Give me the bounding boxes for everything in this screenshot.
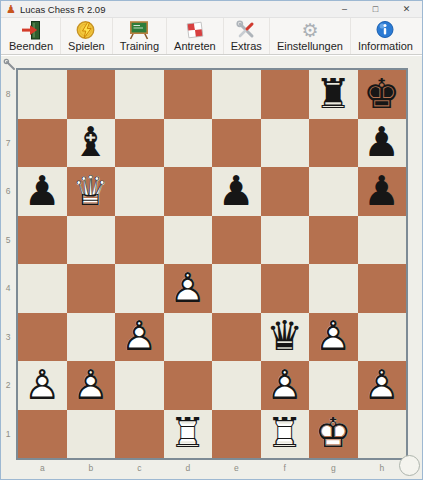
rank-label-5: 5: [1, 216, 15, 265]
piece-white-pawn[interactable]: ♟♙: [115, 313, 164, 362]
square-g1[interactable]: ♚♔: [309, 410, 358, 459]
piece-white-pawn[interactable]: ♟♙: [164, 264, 213, 313]
rank-labels: 87654321: [1, 70, 15, 458]
square-h5[interactable]: [358, 216, 407, 265]
square-f8[interactable]: [261, 70, 310, 119]
chalkboard-icon: [128, 19, 150, 41]
piece-glyph: ♝: [67, 119, 116, 168]
title-bar: ♟ Lucas Chess R 2.09 – □ ✕: [1, 1, 422, 18]
board-frame: ♜♚♝♟♟♛♕♟♟♟♙♟♙♛♟♙♟♙♟♙♟♙♟♙♜♖♜♖♚♔: [16, 68, 408, 460]
rank-label-1: 1: [1, 410, 15, 459]
rank-label-2: 2: [1, 361, 15, 410]
piece-glyph: ♙: [18, 361, 67, 410]
antreten-button[interactable]: Antreten: [167, 18, 224, 54]
checkered-icon: [184, 19, 206, 41]
square-c5[interactable]: [115, 216, 164, 265]
square-b4[interactable]: [67, 264, 116, 313]
piece-glyph: ♙: [67, 361, 116, 410]
beenden-label: Beenden: [9, 40, 53, 52]
exit-door-icon: [20, 19, 42, 41]
square-f3[interactable]: ♛: [261, 313, 310, 362]
square-e8[interactable]: [212, 70, 261, 119]
piece-glyph: ♙: [309, 313, 358, 362]
maximize-button[interactable]: □: [360, 1, 391, 17]
antreten-label: Antreten: [174, 40, 216, 52]
square-a1[interactable]: [18, 410, 67, 459]
square-h2[interactable]: ♟♙: [358, 361, 407, 410]
piece-glyph: ♜: [309, 70, 358, 119]
file-label-e: e: [212, 463, 261, 473]
square-g8[interactable]: ♜: [309, 70, 358, 119]
square-h3[interactable]: [358, 313, 407, 362]
piece-glyph: ♖: [261, 410, 310, 459]
piece-white-king[interactable]: ♚♔: [309, 410, 358, 459]
file-label-f: f: [261, 463, 310, 473]
square-f1[interactable]: ♜♖: [261, 410, 310, 459]
piece-glyph: ♟: [18, 167, 67, 216]
square-e1[interactable]: [212, 410, 261, 459]
piece-black-queen[interactable]: ♛: [261, 313, 310, 362]
square-a5[interactable]: [18, 216, 67, 265]
square-g3[interactable]: ♟♙: [309, 313, 358, 362]
square-b5[interactable]: [67, 216, 116, 265]
minimize-button[interactable]: –: [329, 1, 360, 17]
window-controls: – □ ✕: [329, 1, 422, 17]
close-button[interactable]: ✕: [391, 1, 422, 17]
square-e2[interactable]: [212, 361, 261, 410]
info-icon: [374, 19, 396, 41]
board-config-circle-button[interactable]: [399, 455, 420, 476]
square-b6[interactable]: ♛♕: [67, 167, 116, 216]
piece-glyph: ♟: [212, 167, 261, 216]
square-e7[interactable]: [212, 119, 261, 168]
piece-black-pawn[interactable]: ♟: [18, 167, 67, 216]
einstellungen-button[interactable]: ⚙ Einstellungen: [270, 18, 351, 54]
beenden-button[interactable]: Beenden: [2, 18, 61, 54]
piece-white-queen[interactable]: ♛♕: [67, 167, 116, 216]
square-c1[interactable]: [115, 410, 164, 459]
square-b8[interactable]: [67, 70, 116, 119]
piece-glyph: ♔: [309, 410, 358, 459]
square-b1[interactable]: [67, 410, 116, 459]
square-e6[interactable]: ♟: [212, 167, 261, 216]
app-window: ♟ Lucas Chess R 2.09 – □ ✕ Beenden: [0, 0, 423, 480]
square-c4[interactable]: [115, 264, 164, 313]
piece-glyph: ♟: [358, 167, 407, 216]
square-e4[interactable]: [212, 264, 261, 313]
piece-black-bishop[interactable]: ♝: [67, 119, 116, 168]
square-h8[interactable]: ♚: [358, 70, 407, 119]
app-pawn-icon: ♟: [6, 4, 16, 15]
piece-black-pawn[interactable]: ♟: [358, 167, 407, 216]
square-a2[interactable]: ♟♙: [18, 361, 67, 410]
einstellungen-label: Einstellungen: [277, 40, 343, 52]
square-g2[interactable]: [309, 361, 358, 410]
square-d4[interactable]: ♟♙: [164, 264, 213, 313]
piece-black-rook[interactable]: ♜: [309, 70, 358, 119]
square-a7[interactable]: [18, 119, 67, 168]
square-c2[interactable]: [115, 361, 164, 410]
tools-icon: [235, 19, 257, 41]
square-h7[interactable]: ♟: [358, 119, 407, 168]
piece-white-pawn[interactable]: ♟♙: [18, 361, 67, 410]
square-e5[interactable]: [212, 216, 261, 265]
piece-glyph: ♚: [358, 70, 407, 119]
information-button[interactable]: Information: [351, 18, 420, 54]
square-f4[interactable]: [261, 264, 310, 313]
square-d2[interactable]: [164, 361, 213, 410]
piece-glyph: ♛: [261, 313, 310, 362]
piece-white-pawn[interactable]: ♟♙: [358, 361, 407, 410]
rank-label-3: 3: [1, 313, 15, 362]
piece-glyph: ♟: [358, 119, 407, 168]
square-f6[interactable]: [261, 167, 310, 216]
spielen-label: Spielen: [68, 40, 105, 52]
piece-white-pawn[interactable]: ♟♙: [309, 313, 358, 362]
piece-white-rook[interactable]: ♜♖: [261, 410, 310, 459]
piece-white-rook[interactable]: ♜♖: [164, 410, 213, 459]
square-e3[interactable]: [212, 313, 261, 362]
square-h6[interactable]: ♟: [358, 167, 407, 216]
chess-board: ♜♚♝♟♟♛♕♟♟♟♙♟♙♛♟♙♟♙♟♙♟♙♟♙♜♖♜♖♚♔: [18, 70, 406, 458]
spielen-button[interactable]: Spielen: [61, 18, 113, 54]
square-g5[interactable]: [309, 216, 358, 265]
square-d5[interactable]: [164, 216, 213, 265]
square-b3[interactable]: [67, 313, 116, 362]
file-label-b: b: [67, 463, 116, 473]
square-a6[interactable]: ♟: [18, 167, 67, 216]
rank-label-4: 4: [1, 264, 15, 313]
file-label-g: g: [309, 463, 358, 473]
piece-white-pawn[interactable]: ♟♙: [261, 361, 310, 410]
square-h1[interactable]: [358, 410, 407, 459]
rank-label-8: 8: [1, 70, 15, 119]
piece-white-pawn[interactable]: ♟♙: [67, 361, 116, 410]
piece-glyph: ♖: [164, 410, 213, 459]
extras-label: Extras: [231, 40, 262, 52]
square-d8[interactable]: [164, 70, 213, 119]
square-g4[interactable]: [309, 264, 358, 313]
piece-black-king[interactable]: ♚: [358, 70, 407, 119]
square-c8[interactable]: [115, 70, 164, 119]
piece-black-pawn[interactable]: ♟: [358, 119, 407, 168]
square-f5[interactable]: [261, 216, 310, 265]
rank-label-6: 6: [1, 167, 15, 216]
square-g7[interactable]: [309, 119, 358, 168]
square-d6[interactable]: [164, 167, 213, 216]
information-label: Information: [358, 40, 413, 52]
square-c7[interactable]: [115, 119, 164, 168]
play-coin-icon: [75, 19, 97, 41]
square-h4[interactable]: [358, 264, 407, 313]
piece-glyph: ♙: [261, 361, 310, 410]
square-a8[interactable]: [18, 70, 67, 119]
square-a3[interactable]: [18, 313, 67, 362]
square-c6[interactable]: [115, 167, 164, 216]
main-toolbar: Beenden Spielen: [1, 18, 422, 55]
square-d3[interactable]: [164, 313, 213, 362]
file-label-a: a: [18, 463, 67, 473]
file-label-c: c: [115, 463, 164, 473]
square-f2[interactable]: ♟♙: [261, 361, 310, 410]
piece-glyph: ♙: [164, 264, 213, 313]
piece-black-pawn[interactable]: ♟: [212, 167, 261, 216]
file-labels: abcdefgh: [18, 463, 406, 473]
square-b2[interactable]: ♟♙: [67, 361, 116, 410]
board-panel: 87654321 ♜♚♝♟♟♛♕♟♟♟♙♟♙♛♟♙♟♙♟♙♟♙♟♙♜♖♜♖♚♔ …: [1, 55, 422, 479]
file-label-d: d: [164, 463, 213, 473]
square-f7[interactable]: [261, 119, 310, 168]
piece-glyph: ♙: [358, 361, 407, 410]
square-c3[interactable]: ♟♙: [115, 313, 164, 362]
square-d1[interactable]: ♜♖: [164, 410, 213, 459]
square-g6[interactable]: [309, 167, 358, 216]
window-title: Lucas Chess R 2.09: [20, 4, 106, 15]
square-a4[interactable]: [18, 264, 67, 313]
training-button[interactable]: Training: [113, 18, 167, 54]
training-label: Training: [120, 40, 159, 52]
piece-glyph: ♙: [115, 313, 164, 362]
piece-glyph: ♕: [67, 167, 116, 216]
square-b7[interactable]: ♝: [67, 119, 116, 168]
square-d7[interactable]: [164, 119, 213, 168]
gear-icon: ⚙: [299, 19, 321, 41]
extras-button[interactable]: Extras: [224, 18, 270, 54]
rank-label-7: 7: [1, 119, 15, 168]
